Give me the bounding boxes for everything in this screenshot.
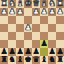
square-b1[interactable]: ♞: [48, 0, 56, 8]
square-c7[interactable]: [40, 48, 48, 56]
square-d6[interactable]: [32, 40, 40, 48]
square-a7[interactable]: ♟: [56, 48, 64, 56]
black-pawn: ♟: [24, 48, 31, 56]
square-f1[interactable]: ♝: [16, 0, 24, 8]
black-bishop: ♝: [16, 56, 23, 64]
square-c1[interactable]: ♝: [40, 0, 48, 8]
square-e3[interactable]: [24, 16, 32, 24]
square-a6[interactable]: [56, 40, 64, 48]
square-f4[interactable]: [16, 24, 24, 32]
black-pawn: ♟: [56, 48, 63, 56]
square-d2[interactable]: ♟: [32, 8, 40, 16]
square-b5[interactable]: [48, 32, 56, 40]
white-bishop: ♝: [16, 0, 23, 8]
square-e1[interactable]: ♚: [24, 0, 32, 8]
square-f7[interactable]: ♟: [16, 48, 24, 56]
square-f8[interactable]: ♝: [16, 56, 24, 64]
square-f2[interactable]: ♟: [16, 8, 24, 16]
square-e7[interactable]: ♟: [24, 48, 32, 56]
square-e2[interactable]: [24, 8, 32, 16]
black-bishop: ♝: [40, 56, 47, 64]
square-h2[interactable]: ♟: [0, 8, 8, 16]
square-g6[interactable]: [8, 40, 16, 48]
square-f6[interactable]: [16, 40, 24, 48]
black-king: ♚: [24, 56, 31, 64]
square-a3[interactable]: [56, 16, 64, 24]
square-a8[interactable]: ♜: [56, 56, 64, 64]
square-b7[interactable]: ♟: [48, 48, 56, 56]
square-a1[interactable]: ♜: [56, 0, 64, 8]
black-rook: ♜: [0, 56, 7, 64]
square-h5[interactable]: [0, 32, 8, 40]
black-knight: ♞: [48, 56, 55, 64]
white-knight: ♞: [48, 0, 55, 8]
white-rook: ♜: [56, 0, 63, 8]
white-king: ♚: [24, 0, 31, 8]
square-h8[interactable]: ♜: [0, 56, 8, 64]
white-pawn: ♟: [48, 8, 55, 16]
chess-board: ♜♞♝♚♛♝♞♜♟♟♟♟♟♟♟♟♟♟♟♟♟♟♟♟♜♞♝♚♛♝♞♜: [0, 0, 64, 64]
square-h7[interactable]: ♟: [0, 48, 8, 56]
white-pawn: ♟: [56, 8, 63, 16]
white-pawn: ♟: [32, 8, 39, 16]
black-pawn: ♟: [0, 48, 7, 56]
square-b4[interactable]: [48, 24, 56, 32]
square-b6[interactable]: [48, 40, 56, 48]
square-c6[interactable]: ♟: [40, 40, 48, 48]
square-g2[interactable]: ♟: [8, 8, 16, 16]
white-pawn: ♟: [24, 24, 31, 32]
square-f3[interactable]: [16, 16, 24, 24]
square-e6[interactable]: [24, 40, 32, 48]
black-knight: ♞: [8, 56, 15, 64]
square-g1[interactable]: ♞: [8, 0, 16, 8]
square-c8[interactable]: ♝: [40, 56, 48, 64]
white-pawn: ♟: [0, 8, 7, 16]
square-a2[interactable]: ♟: [56, 8, 64, 16]
white-bishop: ♝: [40, 0, 47, 8]
square-g8[interactable]: ♞: [8, 56, 16, 64]
square-g7[interactable]: ♟: [8, 48, 16, 56]
square-g5[interactable]: [8, 32, 16, 40]
black-pawn: ♟: [8, 48, 15, 56]
black-pawn: ♟: [16, 48, 23, 56]
square-b3[interactable]: [48, 16, 56, 24]
black-pawn: ♟: [32, 48, 39, 56]
square-a4[interactable]: [56, 24, 64, 32]
square-g3[interactable]: [8, 16, 16, 24]
square-c4[interactable]: [40, 24, 48, 32]
white-pawn: ♟: [40, 8, 47, 16]
square-d7[interactable]: ♟: [32, 48, 40, 56]
white-rook: ♜: [0, 0, 7, 8]
square-d3[interactable]: [32, 16, 40, 24]
black-pawn: ♟: [40, 40, 47, 48]
square-h4[interactable]: [0, 24, 8, 32]
black-rook: ♜: [56, 56, 63, 64]
square-c3[interactable]: [40, 16, 48, 24]
square-b8[interactable]: ♞: [48, 56, 56, 64]
white-pawn: ♟: [16, 8, 23, 16]
square-f5[interactable]: [16, 32, 24, 40]
square-a5[interactable]: [56, 32, 64, 40]
square-d1[interactable]: ♛: [32, 0, 40, 8]
square-d8[interactable]: ♛: [32, 56, 40, 64]
white-queen: ♛: [32, 0, 39, 8]
black-queen: ♛: [32, 56, 39, 64]
square-e5[interactable]: [24, 32, 32, 40]
white-knight: ♞: [8, 0, 15, 8]
square-h1[interactable]: ♜: [0, 0, 8, 8]
white-pawn: ♟: [8, 8, 15, 16]
square-e4[interactable]: ♟: [24, 24, 32, 32]
square-e8[interactable]: ♚: [24, 56, 32, 64]
square-c5[interactable]: [40, 32, 48, 40]
black-pawn: ♟: [48, 48, 55, 56]
square-b2[interactable]: ♟: [48, 8, 56, 16]
square-d4[interactable]: [32, 24, 40, 32]
square-h3[interactable]: [0, 16, 8, 24]
square-d5[interactable]: [32, 32, 40, 40]
square-h6[interactable]: [0, 40, 8, 48]
square-g4[interactable]: [8, 24, 16, 32]
square-c2[interactable]: ♟: [40, 8, 48, 16]
